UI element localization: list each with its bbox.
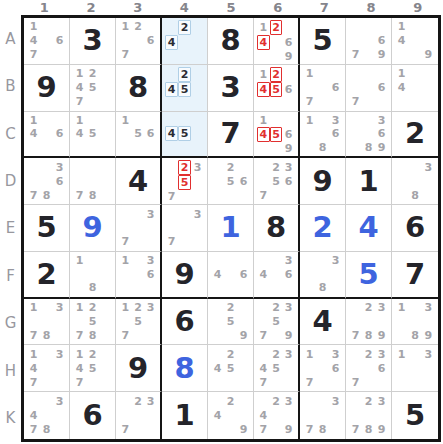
- candidate-grid: 23789: [349, 301, 388, 343]
- candidate-7: 7: [73, 375, 86, 389]
- candidate-6: 6: [375, 361, 388, 375]
- candidate-grid: 245: [211, 347, 250, 389]
- candidate-grid: 14: [395, 67, 435, 109]
- candidate-grid: 38: [303, 254, 342, 295]
- candidate-6: 6: [329, 127, 342, 141]
- candidate-1: 1: [73, 301, 86, 315]
- cell-F6[interactable]: 346: [254, 252, 300, 299]
- candidate-9: 9: [422, 48, 435, 62]
- cell-G5[interactable]: 259: [208, 299, 254, 346]
- candidate-4: 4: [395, 34, 408, 48]
- cell-E8[interactable]: 4: [346, 205, 392, 252]
- candidate-grid: 346: [257, 254, 295, 295]
- cell-A6[interactable]: 12469: [254, 18, 300, 65]
- row-label-G: G: [0, 314, 21, 332]
- candidate-grid: 24: [165, 20, 204, 62]
- cell-D1[interactable]: 3678: [24, 158, 70, 205]
- cell-B4[interactable]: 245: [162, 65, 208, 112]
- cell-H9[interactable]: 13: [392, 345, 438, 392]
- cell-K5[interactable]: 249: [208, 392, 254, 439]
- candidate-3: 3: [144, 254, 157, 268]
- cell-C8[interactable]: 3689: [346, 112, 392, 159]
- candidate-3: 3: [422, 347, 435, 361]
- candidate-1: 1: [27, 347, 40, 361]
- cell-K3[interactable]: 237: [116, 392, 162, 439]
- candidate-1: 1: [395, 67, 408, 81]
- candidate-2: 2: [362, 301, 375, 315]
- given-digit: 2: [405, 119, 425, 148]
- candidate-7: 7: [73, 329, 86, 343]
- candidate-4: 4: [73, 81, 86, 95]
- candidate-4: 4: [211, 267, 224, 281]
- cell-H6[interactable]: 23457: [254, 345, 300, 392]
- candidate-4: 4: [257, 35, 270, 50]
- candidate-5: 5: [224, 361, 237, 375]
- candidate-9: 9: [422, 329, 435, 343]
- cell-A3[interactable]: 1267: [116, 18, 162, 65]
- candidate-7: 7: [257, 329, 270, 343]
- candidate-6: 6: [282, 127, 295, 142]
- candidate-3: 3: [375, 394, 388, 408]
- candidate-8: 8: [86, 188, 99, 202]
- candidate-grid: 12457: [73, 67, 112, 109]
- row-labels: ABCDEFGHK: [0, 15, 21, 442]
- candidate-4: 4: [165, 35, 178, 50]
- candidate-7: 7: [303, 95, 316, 109]
- corner-spacer: [0, 0, 21, 15]
- candidate-2: 2: [362, 347, 375, 361]
- candidate-1: 1: [303, 114, 316, 128]
- candidate-grid: 23579: [257, 301, 295, 343]
- cell-K9[interactable]: 5: [392, 392, 438, 439]
- cell-G2[interactable]: 12578: [70, 299, 116, 346]
- cell-C4[interactable]: 45: [162, 112, 208, 159]
- given-digit: 5: [405, 401, 425, 430]
- cell-K4[interactable]: 1: [162, 392, 208, 439]
- cell-B8[interactable]: 67: [346, 65, 392, 112]
- cell-K1[interactable]: 3478: [24, 392, 70, 439]
- cell-H4[interactable]: 8: [162, 345, 208, 392]
- candidate-7: 7: [257, 375, 270, 389]
- candidate-1: 1: [257, 20, 270, 35]
- candidate-2: 2: [224, 301, 237, 315]
- candidate-2: 2: [178, 20, 191, 35]
- candidate-grid: 256: [211, 160, 250, 202]
- cell-A9[interactable]: 149: [392, 18, 438, 65]
- candidate-1: 1: [119, 301, 132, 315]
- candidate-grid: 167: [303, 67, 342, 109]
- candidate-grid: 1267: [119, 20, 157, 62]
- candidate-7: 7: [303, 375, 316, 389]
- cell-B9[interactable]: 14: [392, 65, 438, 112]
- cell-D9[interactable]: 38: [392, 158, 438, 205]
- candidate-6: 6: [53, 127, 66, 141]
- cell-D8[interactable]: 1: [346, 158, 392, 205]
- candidate-1: 1: [257, 67, 270, 82]
- cell-A8[interactable]: 679: [346, 18, 392, 65]
- candidate-grid: 679: [349, 20, 388, 62]
- candidate-5: 5: [224, 174, 237, 188]
- column-labels: 123456789: [21, 0, 441, 15]
- given-digit: 6: [174, 307, 194, 336]
- row-label-F: F: [0, 267, 21, 285]
- candidate-1: 1: [303, 347, 316, 361]
- candidate-2: 2: [270, 67, 283, 82]
- cell-D6[interactable]: 23567: [254, 158, 300, 205]
- candidate-2: 2: [86, 67, 99, 81]
- candidate-1: 1: [303, 67, 316, 81]
- candidate-grid: 14569: [257, 114, 295, 155]
- given-digit: 6: [82, 401, 102, 430]
- candidate-grid: 156: [119, 114, 157, 155]
- cell-C1[interactable]: 146: [24, 112, 70, 159]
- given-digit: 4: [312, 307, 332, 336]
- candidate-grid: 3678: [27, 160, 66, 202]
- candidate-grid: 23567: [257, 160, 295, 202]
- candidate-4: 4: [211, 361, 224, 375]
- candidate-4: 4: [165, 126, 178, 141]
- cell-D5[interactable]: 256: [208, 158, 254, 205]
- candidate-3: 3: [422, 160, 435, 174]
- cell-C6[interactable]: 14569: [254, 112, 300, 159]
- col-label-3: 3: [114, 1, 161, 14]
- candidate-7: 7: [349, 423, 362, 437]
- cell-E4[interactable]: 37: [162, 205, 208, 252]
- candidate-grid: 146: [27, 114, 66, 155]
- candidate-8: 8: [362, 423, 375, 437]
- candidate-grid: 13: [395, 347, 435, 389]
- candidate-6: 6: [329, 361, 342, 375]
- candidate-3: 3: [329, 254, 342, 268]
- given-digit: 1: [358, 167, 378, 196]
- candidate-6: 6: [375, 81, 388, 95]
- candidate-grid: 38: [395, 160, 435, 202]
- candidate-5: 5: [270, 174, 283, 188]
- candidate-2: 2: [86, 347, 99, 361]
- cell-G4[interactable]: 6: [162, 299, 208, 346]
- candidate-2: 2: [270, 301, 283, 315]
- candidate-5: 5: [86, 127, 99, 141]
- candidate-2: 2: [362, 394, 375, 408]
- cell-C7[interactable]: 1368: [300, 112, 346, 159]
- given-digit: 1: [174, 401, 194, 430]
- col-label-5: 5: [208, 1, 255, 14]
- row-label-H: H: [0, 362, 21, 380]
- cell-F7[interactable]: 38: [300, 252, 346, 299]
- candidate-6: 6: [53, 174, 66, 188]
- given-digit: 5: [36, 213, 56, 242]
- candidate-grid: 37: [165, 207, 204, 249]
- candidate-2: 2: [270, 160, 283, 174]
- cell-K6[interactable]: 23479: [254, 392, 300, 439]
- cell-B5[interactable]: 3: [208, 65, 254, 112]
- candidate-3: 3: [53, 394, 66, 408]
- candidate-3: 3: [329, 394, 342, 408]
- candidate-2: 2: [224, 160, 237, 174]
- cell-H2[interactable]: 12457: [70, 345, 116, 392]
- candidate-9: 9: [375, 329, 388, 343]
- cell-D7[interactable]: 9: [300, 158, 346, 205]
- cell-C3[interactable]: 156: [116, 112, 162, 159]
- candidate-4: 4: [27, 408, 40, 422]
- candidate-grid: 23479: [257, 394, 295, 437]
- candidate-8: 8: [316, 423, 329, 437]
- candidate-5: 5: [270, 361, 283, 375]
- candidate-1: 1: [395, 347, 408, 361]
- candidate-3: 3: [191, 160, 204, 175]
- row-label-D: D: [0, 172, 21, 190]
- candidate-grid: 1367: [303, 347, 342, 389]
- candidate-6: 6: [237, 174, 250, 188]
- candidate-1: 1: [27, 114, 40, 128]
- candidate-9: 9: [282, 423, 295, 437]
- candidate-4: 4: [257, 82, 270, 97]
- cell-E2[interactable]: 9: [70, 205, 116, 252]
- candidate-4: 4: [73, 361, 86, 375]
- cell-G7[interactable]: 4: [300, 299, 346, 346]
- row-label-B: B: [0, 77, 21, 95]
- sudoku-app: 123456789 ABCDEFGHK 14673126724812469567…: [0, 0, 443, 444]
- candidate-2: 2: [132, 301, 145, 315]
- candidate-7: 7: [73, 188, 86, 202]
- candidate-2: 2: [270, 394, 283, 408]
- candidate-2: 2: [178, 67, 191, 82]
- candidate-9: 9: [282, 329, 295, 343]
- candidate-grid: 237: [119, 394, 157, 437]
- cell-B6[interactable]: 12456: [254, 65, 300, 112]
- candidate-7: 7: [27, 48, 40, 62]
- cell-H3[interactable]: 9: [116, 345, 162, 392]
- row-label-A: A: [0, 30, 21, 48]
- candidate-4: 4: [27, 34, 40, 48]
- col-label-6: 6: [254, 1, 301, 14]
- cell-H7[interactable]: 1367: [300, 345, 346, 392]
- candidate-7: 7: [349, 375, 362, 389]
- candidate-grid: 78: [73, 160, 112, 202]
- given-digit: 7: [220, 119, 240, 148]
- candidate-2: 2: [224, 347, 237, 361]
- given-digit: 3: [82, 26, 102, 55]
- candidate-1: 1: [73, 254, 86, 268]
- cell-H8[interactable]: 2367: [346, 345, 392, 392]
- candidate-grid: 3478: [27, 394, 66, 437]
- cell-B3[interactable]: 8: [116, 65, 162, 112]
- cell-C2[interactable]: 145: [70, 112, 116, 159]
- candidate-grid: 145: [73, 114, 112, 155]
- candidate-4: 4: [257, 408, 270, 422]
- candidate-9: 9: [237, 329, 250, 343]
- candidate-5: 5: [270, 127, 283, 142]
- cell-E5[interactable]: 1: [208, 205, 254, 252]
- cell-C5[interactable]: 7: [208, 112, 254, 159]
- col-label-9: 9: [394, 1, 441, 14]
- candidate-6: 6: [144, 267, 157, 281]
- candidate-1: 1: [119, 114, 132, 128]
- candidate-3: 3: [329, 347, 342, 361]
- candidate-4: 4: [73, 127, 86, 141]
- candidate-grid: 12456: [257, 67, 295, 109]
- candidate-grid: 259: [211, 301, 250, 343]
- candidate-grid: 46: [211, 254, 250, 295]
- given-digit: 4: [128, 167, 148, 196]
- cell-E6[interactable]: 8: [254, 205, 300, 252]
- solved-digit: 1: [220, 213, 240, 242]
- cell-A7[interactable]: 5: [300, 18, 346, 65]
- candidate-grid: 12578: [73, 301, 112, 343]
- candidate-grid: 1467: [27, 20, 66, 62]
- candidate-5: 5: [86, 315, 99, 329]
- row-label-C: C: [0, 125, 21, 143]
- candidate-grid: 23457: [257, 347, 295, 389]
- candidate-8: 8: [362, 141, 375, 155]
- cell-C9[interactable]: 2: [392, 112, 438, 159]
- candidate-grid: 37: [119, 207, 157, 249]
- cell-A5[interactable]: 8: [208, 18, 254, 65]
- candidate-6: 6: [144, 127, 157, 141]
- cell-K2[interactable]: 6: [70, 392, 116, 439]
- candidate-6: 6: [282, 174, 295, 188]
- solved-digit: 9: [82, 213, 102, 242]
- candidate-grid: 2367: [349, 347, 388, 389]
- candidate-grid: 1347: [27, 347, 66, 389]
- candidate-5: 5: [178, 175, 191, 190]
- cell-D2[interactable]: 78: [70, 158, 116, 205]
- solved-digit: 2: [312, 213, 332, 242]
- candidate-6: 6: [282, 82, 295, 97]
- candidate-8: 8: [316, 141, 329, 155]
- col-label-4: 4: [161, 1, 208, 14]
- cell-E1[interactable]: 5: [24, 205, 70, 252]
- candidate-9: 9: [375, 423, 388, 437]
- candidate-7: 7: [27, 423, 40, 437]
- candidate-4: 4: [27, 361, 40, 375]
- candidate-5: 5: [132, 315, 145, 329]
- candidate-7: 7: [349, 329, 362, 343]
- cell-G1[interactable]: 1378: [24, 299, 70, 346]
- candidate-6: 6: [282, 267, 295, 281]
- candidate-4: 4: [257, 361, 270, 375]
- candidate-grid: 378: [303, 394, 342, 437]
- cell-E7[interactable]: 2: [300, 205, 346, 252]
- cell-E9[interactable]: 6: [392, 205, 438, 252]
- candidate-grid: 12457: [73, 347, 112, 389]
- cell-G6[interactable]: 23579: [254, 299, 300, 346]
- cell-G3[interactable]: 12357: [116, 299, 162, 346]
- candidate-grid: 3689: [349, 114, 388, 155]
- given-digit: 3: [220, 73, 240, 102]
- candidate-3: 3: [375, 301, 388, 315]
- candidate-3: 3: [53, 160, 66, 174]
- cell-E3[interactable]: 37: [116, 205, 162, 252]
- candidate-1: 1: [73, 347, 86, 361]
- candidate-grid: 23789: [349, 394, 388, 437]
- candidate-7: 7: [349, 95, 362, 109]
- candidate-4: 4: [257, 267, 270, 281]
- candidate-7: 7: [119, 423, 132, 437]
- candidate-7: 7: [303, 423, 316, 437]
- candidate-6: 6: [237, 267, 250, 281]
- candidate-8: 8: [316, 281, 329, 295]
- cell-D4[interactable]: 2357: [162, 158, 208, 205]
- candidate-9: 9: [282, 50, 295, 63]
- candidate-7: 7: [119, 48, 132, 62]
- candidate-6: 6: [329, 81, 342, 95]
- candidate-grid: 1378: [27, 301, 66, 343]
- candidate-8: 8: [40, 329, 53, 343]
- cell-B2[interactable]: 12457: [70, 65, 116, 112]
- candidate-grid: 67: [349, 67, 388, 109]
- candidate-3: 3: [282, 394, 295, 408]
- cell-G8[interactable]: 23789: [346, 299, 392, 346]
- candidate-1: 1: [27, 20, 40, 34]
- candidate-5: 5: [270, 315, 283, 329]
- candidate-7: 7: [165, 190, 178, 203]
- row-label-K: K: [0, 409, 21, 427]
- cell-F9[interactable]: 7: [392, 252, 438, 299]
- candidate-8: 8: [40, 188, 53, 202]
- candidate-1: 1: [73, 67, 86, 81]
- candidate-7: 7: [119, 235, 132, 249]
- candidate-7: 7: [119, 329, 132, 343]
- candidate-1: 1: [119, 20, 132, 34]
- candidate-3: 3: [53, 347, 66, 361]
- candidate-4: 4: [211, 408, 224, 422]
- col-label-8: 8: [348, 1, 395, 14]
- candidate-8: 8: [40, 423, 53, 437]
- candidate-2: 2: [224, 394, 237, 408]
- cell-A1[interactable]: 1467: [24, 18, 70, 65]
- given-digit: 7: [405, 260, 425, 289]
- candidate-7: 7: [73, 95, 86, 109]
- candidate-6: 6: [375, 127, 388, 141]
- candidate-9: 9: [375, 48, 388, 62]
- candidate-grid: 136: [119, 254, 157, 295]
- candidate-2: 2: [132, 394, 145, 408]
- candidate-9: 9: [375, 141, 388, 155]
- candidate-6: 6: [53, 34, 66, 48]
- solved-digit: 5: [358, 260, 378, 289]
- cell-F5[interactable]: 46: [208, 252, 254, 299]
- candidate-3: 3: [375, 347, 388, 361]
- candidate-3: 3: [144, 394, 157, 408]
- cell-B1[interactable]: 9: [24, 65, 70, 112]
- row-label-E: E: [0, 219, 21, 237]
- cell-K8[interactable]: 23789: [346, 392, 392, 439]
- candidate-2: 2: [270, 20, 283, 35]
- cell-H1[interactable]: 1347: [24, 345, 70, 392]
- cell-H5[interactable]: 245: [208, 345, 254, 392]
- candidate-grid: 149: [395, 20, 435, 62]
- cell-F8[interactable]: 5: [346, 252, 392, 299]
- solved-digit: 8: [174, 354, 194, 383]
- col-label-2: 2: [68, 1, 115, 14]
- cell-F1[interactable]: 2: [24, 252, 70, 299]
- cell-F2[interactable]: 18: [70, 252, 116, 299]
- candidate-5: 5: [224, 315, 237, 329]
- candidate-3: 3: [375, 114, 388, 128]
- cell-F3[interactable]: 136: [116, 252, 162, 299]
- cell-D3[interactable]: 4: [116, 158, 162, 205]
- cell-K7[interactable]: 378: [300, 392, 346, 439]
- cell-F4[interactable]: 9: [162, 252, 208, 299]
- candidate-5: 5: [270, 82, 283, 97]
- cell-A2[interactable]: 3: [70, 18, 116, 65]
- cell-A4[interactable]: 24: [162, 18, 208, 65]
- candidate-8: 8: [86, 281, 99, 295]
- cell-G9[interactable]: 1389: [392, 299, 438, 346]
- cell-B7[interactable]: 167: [300, 65, 346, 112]
- candidate-2: 2: [86, 301, 99, 315]
